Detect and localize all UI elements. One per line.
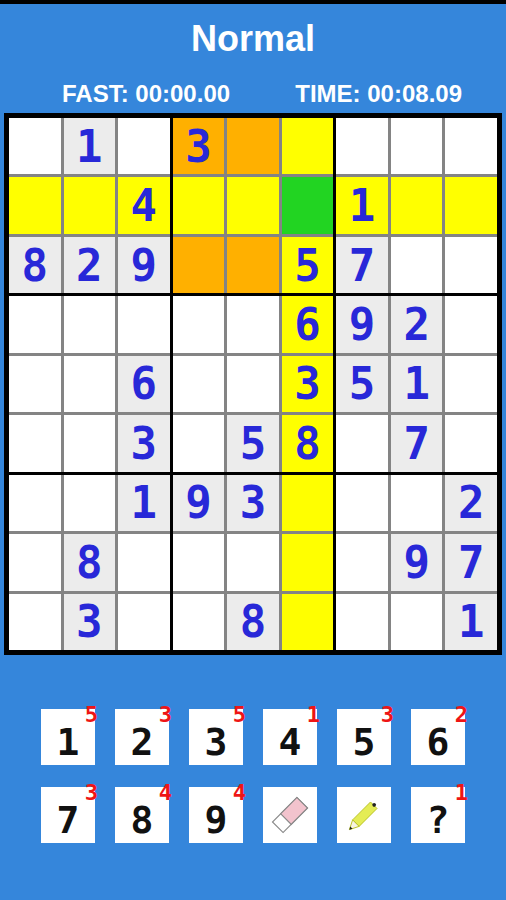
cell-r7c8[interactable] [391,475,443,531]
cell-r7c1[interactable] [9,475,61,531]
key-4[interactable]: 41 [263,709,317,765]
cell-r1c7[interactable] [336,118,388,174]
board-box: 63 [9,296,170,471]
key-6[interactable]: 62 [411,709,465,765]
board-box: 17 [336,118,497,293]
key-1[interactable]: 15 [41,709,95,765]
cell-r7c7[interactable] [336,475,388,531]
key-badge: 2 [455,704,468,726]
key-label: 1 [57,719,80,765]
key-3[interactable]: 35 [189,709,243,765]
cell-r4c2[interactable] [64,296,116,352]
cell-r8c4[interactable] [173,534,225,590]
cell-r4c5[interactable] [227,296,279,352]
cell-r7c3[interactable]: 1 [118,475,170,531]
key-9[interactable]: 94 [189,787,243,843]
cell-r3c4[interactable] [173,237,225,293]
cell-r2c5[interactable] [227,177,279,233]
cell-r3c9[interactable] [445,237,497,293]
key-5[interactable]: 53 [337,709,391,765]
cell-r5c4[interactable] [173,356,225,412]
board-box: 92517 [336,296,497,471]
cell-r6c2[interactable] [64,415,116,471]
cell-r5c3[interactable]: 6 [118,356,170,412]
cell-r9c2[interactable]: 3 [64,594,116,650]
cell-r7c2[interactable] [64,475,116,531]
cell-r1c5[interactable] [227,118,279,174]
key-pencil[interactable] [337,787,391,843]
cell-r8c2[interactable]: 8 [64,534,116,590]
cell-r9c3[interactable] [118,594,170,650]
cell-r4c7[interactable]: 9 [336,296,388,352]
key-label: ? [427,797,450,843]
board-box: 35 [173,118,334,293]
key-badge: 1 [455,782,468,804]
cell-r3c8[interactable] [391,237,443,293]
board-box: 6358 [173,296,334,471]
cell-r9c6[interactable] [282,594,334,650]
key-label: 7 [57,797,80,843]
cell-r3c2[interactable]: 2 [64,237,116,293]
board-box: 2971 [336,475,497,650]
cell-r3c3[interactable]: 9 [118,237,170,293]
cell-r2c2[interactable] [64,177,116,233]
cell-r6c5[interactable]: 5 [227,415,279,471]
keypad: 152335415362738494?1 [0,709,506,843]
cell-r4c1[interactable] [9,296,61,352]
pencil-icon [337,787,391,843]
board-box: 183 [9,475,170,650]
keypad-row: 152335415362 [0,709,506,765]
cell-r8c3[interactable] [118,534,170,590]
cell-r4c3[interactable] [118,296,170,352]
cell-r3c7[interactable]: 7 [336,237,388,293]
cell-r7c5[interactable]: 3 [227,475,279,531]
cell-r2c8[interactable] [391,177,443,233]
cell-r2c9[interactable] [445,177,497,233]
key-badge: 3 [85,782,98,804]
cell-r5c9[interactable] [445,356,497,412]
cell-r6c7[interactable] [336,415,388,471]
cell-r5c2[interactable] [64,356,116,412]
cell-r3c5[interactable] [227,237,279,293]
cell-r8c9[interactable]: 7 [445,534,497,590]
cell-r9c1[interactable] [9,594,61,650]
cell-r1c9[interactable] [445,118,497,174]
key-badge: 1 [307,704,320,726]
cell-r1c3[interactable] [118,118,170,174]
cell-r9c5[interactable]: 8 [227,594,279,650]
cell-r2c4[interactable] [173,177,225,233]
cell-r9c8[interactable] [391,594,443,650]
cell-r8c6[interactable] [282,534,334,590]
cell-r6c8[interactable]: 7 [391,415,443,471]
cell-r3c6[interactable]: 5 [282,237,334,293]
cell-r5c5[interactable] [227,356,279,412]
key-badge: 4 [233,782,246,804]
cell-r8c1[interactable] [9,534,61,590]
key-label: 9 [205,797,228,843]
sudoku-board: 148293517636358925171839382971 [4,113,502,655]
cell-r2c6[interactable] [282,177,334,233]
cell-r5c8[interactable]: 1 [391,356,443,412]
key-label: 2 [131,719,154,765]
key-label: 6 [427,719,450,765]
cell-r5c6[interactable]: 3 [282,356,334,412]
cell-r1c8[interactable] [391,118,443,174]
board-box: 14829 [9,118,170,293]
cell-r9c4[interactable] [173,594,225,650]
cell-r6c4[interactable] [173,415,225,471]
cell-r2c7[interactable]: 1 [336,177,388,233]
key-eraser[interactable] [263,787,317,843]
key-8[interactable]: 84 [115,787,169,843]
cell-r1c6[interactable] [282,118,334,174]
key-label: 4 [279,719,302,765]
cell-r2c3[interactable]: 4 [118,177,170,233]
fast-timer: FAST: 00:00.00 [62,82,230,106]
timer-bar: FAST: 00:00.00 TIME: 00:08.09 [0,82,506,106]
key-badge: 4 [159,782,172,804]
board-box: 938 [173,475,334,650]
cell-r1c1[interactable] [9,118,61,174]
cell-r6c1[interactable] [9,415,61,471]
cell-r6c6[interactable]: 8 [282,415,334,471]
cell-r6c9[interactable] [445,415,497,471]
cell-r1c2[interactable]: 1 [64,118,116,174]
cell-r9c7[interactable] [336,594,388,650]
difficulty-title: Normal [0,4,506,60]
cell-r6c3[interactable]: 3 [118,415,170,471]
key-badge: 5 [233,704,246,726]
cell-r2c1[interactable] [9,177,61,233]
cell-r8c8[interactable]: 9 [391,534,443,590]
cell-r9c9[interactable]: 1 [445,594,497,650]
key-badge: 3 [159,704,172,726]
cell-r3c1[interactable]: 8 [9,237,61,293]
eraser-icon [263,787,317,843]
cell-r4c9[interactable] [445,296,497,352]
cell-r5c7[interactable]: 5 [336,356,388,412]
key-2[interactable]: 23 [115,709,169,765]
key-7[interactable]: 73 [41,787,95,843]
key-badge: 3 [381,704,394,726]
cell-r5c1[interactable] [9,356,61,412]
key-badge: 5 [85,704,98,726]
key-label: 5 [353,719,376,765]
key-label: 3 [205,719,228,765]
key-label: 8 [131,797,154,843]
cell-r4c8[interactable]: 2 [391,296,443,352]
key-hint[interactable]: ?1 [411,787,465,843]
keypad-row: 738494?1 [0,787,506,843]
cell-r8c5[interactable] [227,534,279,590]
cell-r7c6[interactable] [282,475,334,531]
cell-r1c4[interactable]: 3 [173,118,225,174]
cell-r7c4[interactable]: 9 [173,475,225,531]
time-timer: TIME: 00:08.09 [295,82,462,106]
cell-r4c4[interactable] [173,296,225,352]
cell-r4c6[interactable]: 6 [282,296,334,352]
cell-r8c7[interactable] [336,534,388,590]
cell-r7c9[interactable]: 2 [445,475,497,531]
